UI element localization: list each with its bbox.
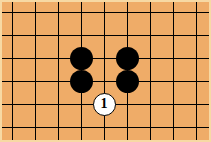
black-stone [116,70,139,93]
go-board-diagram: 1 [0,0,211,142]
black-stone [116,47,139,70]
black-stone [70,47,93,70]
black-stone [70,70,93,93]
white-stone-move-1: 1 [93,93,116,116]
stones-grid: 1 [1,1,208,139]
